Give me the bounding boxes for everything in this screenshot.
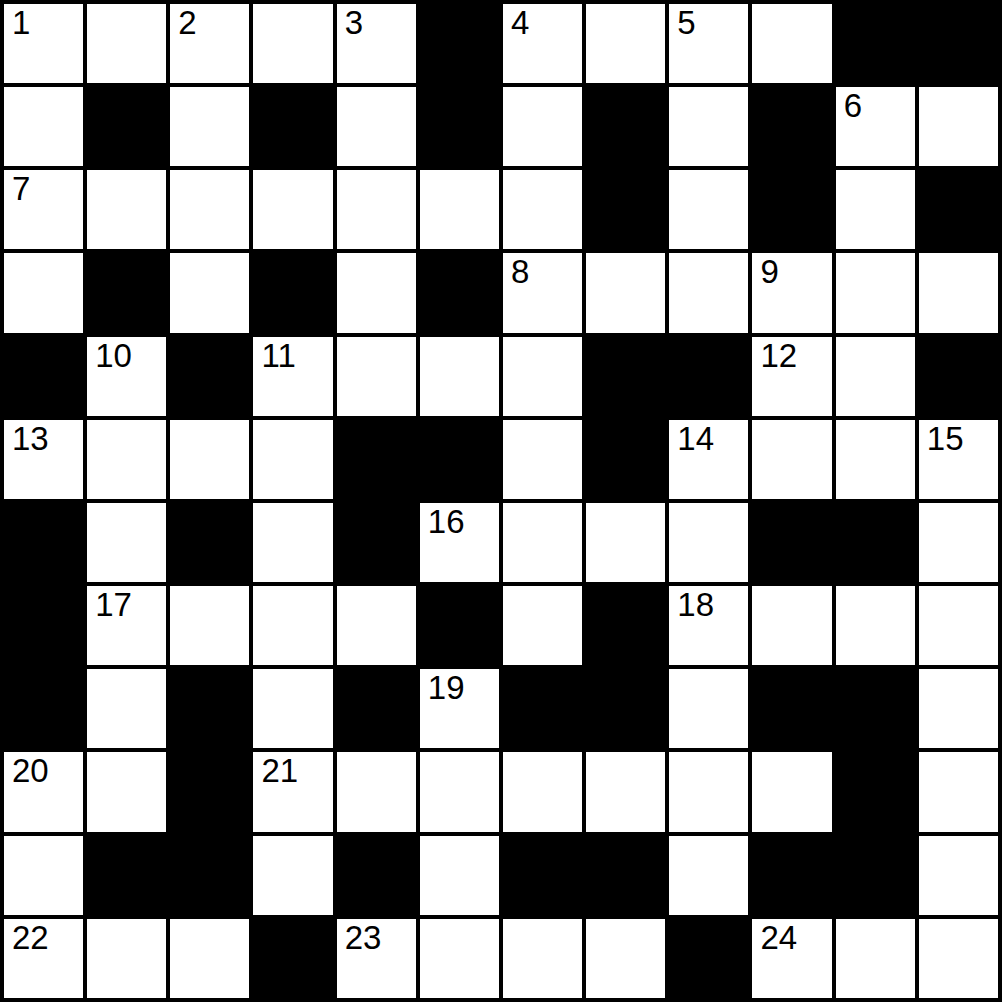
clue-number-21: 21 bbox=[261, 753, 298, 789]
block-cell-r8c0 bbox=[4, 669, 83, 748]
clue-number-19: 19 bbox=[428, 670, 465, 706]
block-cell-r6c9 bbox=[752, 503, 831, 582]
block-cell-r4c8 bbox=[669, 337, 748, 416]
block-cell-r0c5 bbox=[420, 4, 499, 83]
cell-r6c6[interactable] bbox=[503, 503, 582, 582]
cell-r10c11[interactable] bbox=[919, 836, 998, 915]
cell-r0c0[interactable]: 1 bbox=[4, 4, 83, 83]
cell-r0c9[interactable] bbox=[752, 4, 831, 83]
block-cell-r11c8 bbox=[669, 919, 748, 998]
clue-number-3: 3 bbox=[345, 5, 363, 41]
cell-r2c10[interactable] bbox=[836, 170, 915, 249]
cell-r10c5[interactable] bbox=[420, 836, 499, 915]
block-cell-r6c2 bbox=[170, 503, 249, 582]
clue-number-14: 14 bbox=[677, 421, 714, 457]
cell-r6c1[interactable] bbox=[87, 503, 166, 582]
cell-r4c9[interactable]: 12 bbox=[752, 337, 831, 416]
cell-r8c1[interactable] bbox=[87, 669, 166, 748]
cell-r5c9[interactable] bbox=[752, 420, 831, 499]
cell-r9c1[interactable] bbox=[87, 752, 166, 831]
block-cell-r10c9 bbox=[752, 836, 831, 915]
cell-r0c3[interactable] bbox=[253, 4, 332, 83]
cell-r10c8[interactable] bbox=[669, 836, 748, 915]
block-cell-r3c1 bbox=[87, 253, 166, 332]
block-cell-r1c5 bbox=[420, 87, 499, 166]
cell-r5c3[interactable] bbox=[253, 420, 332, 499]
block-cell-r2c9 bbox=[752, 170, 831, 249]
cell-r3c8[interactable] bbox=[669, 253, 748, 332]
cell-r2c2[interactable] bbox=[170, 170, 249, 249]
block-cell-r8c4 bbox=[337, 669, 416, 748]
block-cell-r4c0 bbox=[4, 337, 83, 416]
crossword-board: 123456789101112131415161718192021222324 bbox=[0, 0, 1002, 1002]
cell-r6c8[interactable] bbox=[669, 503, 748, 582]
clue-number-6: 6 bbox=[844, 88, 862, 124]
cell-r9c7[interactable] bbox=[586, 752, 665, 831]
block-cell-r5c5 bbox=[420, 420, 499, 499]
cell-r5c0[interactable]: 13 bbox=[4, 420, 83, 499]
cell-r1c0[interactable] bbox=[4, 87, 83, 166]
cell-r5c11[interactable]: 15 bbox=[919, 420, 998, 499]
clue-number-1: 1 bbox=[12, 5, 30, 41]
cell-r3c0[interactable] bbox=[4, 253, 83, 332]
block-cell-r1c3 bbox=[253, 87, 332, 166]
block-cell-r9c10 bbox=[836, 752, 915, 831]
cell-r1c10[interactable]: 6 bbox=[836, 87, 915, 166]
block-cell-r5c4 bbox=[337, 420, 416, 499]
block-cell-r8c10 bbox=[836, 669, 915, 748]
cell-r6c3[interactable] bbox=[253, 503, 332, 582]
clue-number-16: 16 bbox=[428, 504, 465, 540]
cell-r3c2[interactable] bbox=[170, 253, 249, 332]
block-cell-r9c2 bbox=[170, 752, 249, 831]
cell-r2c8[interactable] bbox=[669, 170, 748, 249]
cell-r6c5[interactable]: 16 bbox=[420, 503, 499, 582]
cell-r11c0[interactable]: 22 bbox=[4, 919, 83, 998]
block-cell-r10c7 bbox=[586, 836, 665, 915]
cell-r5c6[interactable] bbox=[503, 420, 582, 499]
cell-r3c11[interactable] bbox=[919, 253, 998, 332]
cell-r0c4[interactable]: 3 bbox=[337, 4, 416, 83]
cell-r5c1[interactable] bbox=[87, 420, 166, 499]
block-cell-r10c1 bbox=[87, 836, 166, 915]
block-cell-r4c11 bbox=[919, 337, 998, 416]
clue-number-13: 13 bbox=[12, 421, 49, 457]
cell-r2c1[interactable] bbox=[87, 170, 166, 249]
cell-r1c2[interactable] bbox=[170, 87, 249, 166]
cell-r5c8[interactable]: 14 bbox=[669, 420, 748, 499]
block-cell-r3c5 bbox=[420, 253, 499, 332]
cell-r3c7[interactable] bbox=[586, 253, 665, 332]
cell-r4c1[interactable]: 10 bbox=[87, 337, 166, 416]
cell-r7c3[interactable] bbox=[253, 586, 332, 665]
cell-r11c10[interactable] bbox=[836, 919, 915, 998]
cell-r11c5[interactable] bbox=[420, 919, 499, 998]
cell-r7c4[interactable] bbox=[337, 586, 416, 665]
block-cell-r6c10 bbox=[836, 503, 915, 582]
clue-number-10: 10 bbox=[95, 338, 132, 374]
cell-r3c10[interactable] bbox=[836, 253, 915, 332]
cell-r4c6[interactable] bbox=[503, 337, 582, 416]
clue-number-9: 9 bbox=[760, 254, 778, 290]
cell-r3c9[interactable]: 9 bbox=[752, 253, 831, 332]
block-cell-r3c3 bbox=[253, 253, 332, 332]
block-cell-r4c7 bbox=[586, 337, 665, 416]
clue-number-20: 20 bbox=[12, 753, 49, 789]
cell-r2c3[interactable] bbox=[253, 170, 332, 249]
cell-r11c2[interactable] bbox=[170, 919, 249, 998]
cell-r8c5[interactable]: 19 bbox=[420, 669, 499, 748]
cell-r9c5[interactable] bbox=[420, 752, 499, 831]
cell-r0c7[interactable] bbox=[586, 4, 665, 83]
cell-r11c6[interactable] bbox=[503, 919, 582, 998]
cell-r1c8[interactable] bbox=[669, 87, 748, 166]
cell-r1c6[interactable] bbox=[503, 87, 582, 166]
cell-r11c1[interactable] bbox=[87, 919, 166, 998]
clue-number-11: 11 bbox=[261, 338, 295, 374]
cell-r9c3[interactable]: 21 bbox=[253, 752, 332, 831]
cell-r2c0[interactable]: 7 bbox=[4, 170, 83, 249]
cell-r0c1[interactable] bbox=[87, 4, 166, 83]
clue-number-5: 5 bbox=[677, 5, 695, 41]
block-cell-r1c1 bbox=[87, 87, 166, 166]
cell-r0c8[interactable]: 5 bbox=[669, 4, 748, 83]
cell-r5c2[interactable] bbox=[170, 420, 249, 499]
cell-r3c4[interactable] bbox=[337, 253, 416, 332]
cell-r9c11[interactable] bbox=[919, 752, 998, 831]
cell-r4c4[interactable] bbox=[337, 337, 416, 416]
cell-r7c10[interactable] bbox=[836, 586, 915, 665]
block-cell-r10c4 bbox=[337, 836, 416, 915]
clue-number-7: 7 bbox=[12, 171, 30, 207]
block-cell-r7c0 bbox=[4, 586, 83, 665]
clue-number-4: 4 bbox=[511, 5, 529, 41]
clue-number-24: 24 bbox=[760, 920, 797, 956]
cell-r8c3[interactable] bbox=[253, 669, 332, 748]
cell-r0c2[interactable]: 2 bbox=[170, 4, 249, 83]
cell-r7c6[interactable] bbox=[503, 586, 582, 665]
clue-number-8: 8 bbox=[511, 254, 529, 290]
cell-r7c2[interactable] bbox=[170, 586, 249, 665]
cell-r9c0[interactable]: 20 bbox=[4, 752, 83, 831]
block-cell-r1c7 bbox=[586, 87, 665, 166]
cell-r10c0[interactable] bbox=[4, 836, 83, 915]
cell-r2c5[interactable] bbox=[420, 170, 499, 249]
cell-r0c6[interactable]: 4 bbox=[503, 4, 582, 83]
cell-r9c8[interactable] bbox=[669, 752, 748, 831]
block-cell-r5c7 bbox=[586, 420, 665, 499]
block-cell-r8c2 bbox=[170, 669, 249, 748]
cell-r4c5[interactable] bbox=[420, 337, 499, 416]
cell-r11c11[interactable] bbox=[919, 919, 998, 998]
block-cell-r2c11 bbox=[919, 170, 998, 249]
cell-r3c6[interactable]: 8 bbox=[503, 253, 582, 332]
cell-r8c8[interactable] bbox=[669, 669, 748, 748]
clue-number-12: 12 bbox=[760, 338, 797, 374]
cell-r9c4[interactable] bbox=[337, 752, 416, 831]
cell-r7c8[interactable]: 18 bbox=[669, 586, 748, 665]
block-cell-r4c2 bbox=[170, 337, 249, 416]
clue-number-22: 22 bbox=[12, 920, 49, 956]
block-cell-r11c3 bbox=[253, 919, 332, 998]
cell-r7c9[interactable] bbox=[752, 586, 831, 665]
cell-r1c11[interactable] bbox=[919, 87, 998, 166]
cell-r5c10[interactable] bbox=[836, 420, 915, 499]
block-cell-r10c2 bbox=[170, 836, 249, 915]
cell-r6c11[interactable] bbox=[919, 503, 998, 582]
block-cell-r10c10 bbox=[836, 836, 915, 915]
cell-r6c7[interactable] bbox=[586, 503, 665, 582]
block-cell-r8c7 bbox=[586, 669, 665, 748]
clue-number-18: 18 bbox=[677, 587, 714, 623]
cell-r11c9[interactable]: 24 bbox=[752, 919, 831, 998]
cell-r8c11[interactable] bbox=[919, 669, 998, 748]
block-cell-r8c9 bbox=[752, 669, 831, 748]
cell-r9c9[interactable] bbox=[752, 752, 831, 831]
block-cell-r6c0 bbox=[4, 503, 83, 582]
cell-r7c1[interactable]: 17 bbox=[87, 586, 166, 665]
cell-r4c10[interactable] bbox=[836, 337, 915, 416]
cell-r11c4[interactable]: 23 bbox=[337, 919, 416, 998]
block-cell-r2c7 bbox=[586, 170, 665, 249]
cell-r2c6[interactable] bbox=[503, 170, 582, 249]
cell-r4c3[interactable]: 11 bbox=[253, 337, 332, 416]
block-cell-r7c7 bbox=[586, 586, 665, 665]
block-cell-r6c4 bbox=[337, 503, 416, 582]
block-cell-r0c10 bbox=[836, 4, 915, 83]
clue-number-15: 15 bbox=[927, 421, 964, 457]
clue-number-17: 17 bbox=[95, 587, 132, 623]
cell-r1c4[interactable] bbox=[337, 87, 416, 166]
clue-number-23: 23 bbox=[345, 920, 382, 956]
block-cell-r0c11 bbox=[919, 4, 998, 83]
cell-r11c7[interactable] bbox=[586, 919, 665, 998]
block-cell-r1c9 bbox=[752, 87, 831, 166]
cell-r10c3[interactable] bbox=[253, 836, 332, 915]
block-cell-r8c6 bbox=[503, 669, 582, 748]
block-cell-r10c6 bbox=[503, 836, 582, 915]
cell-r2c4[interactable] bbox=[337, 170, 416, 249]
cell-r9c6[interactable] bbox=[503, 752, 582, 831]
block-cell-r7c5 bbox=[420, 586, 499, 665]
cell-r7c11[interactable] bbox=[919, 586, 998, 665]
clue-number-2: 2 bbox=[178, 5, 196, 41]
